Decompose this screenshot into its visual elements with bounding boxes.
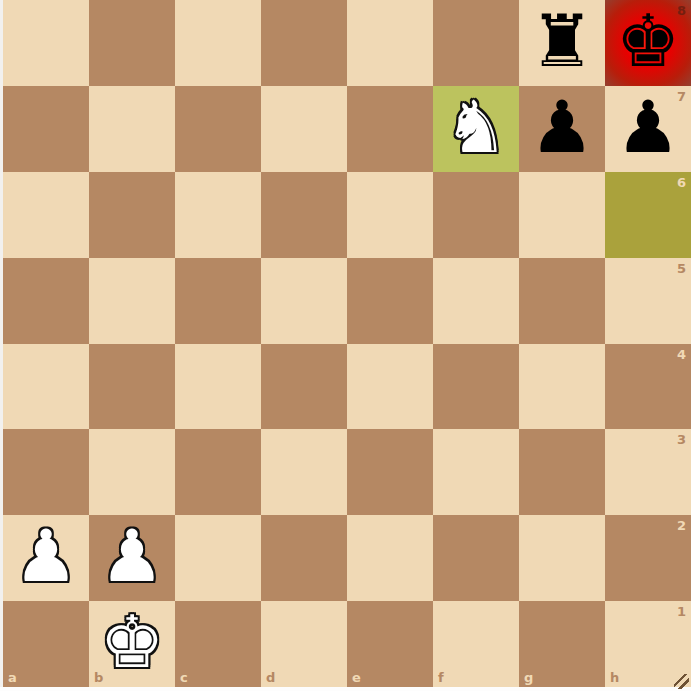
square-d1[interactable]: d <box>261 601 347 687</box>
black-pawn[interactable]: ♟ <box>616 91 681 163</box>
rank-label-3: 3 <box>677 433 686 446</box>
square-b8[interactable] <box>89 0 175 86</box>
square-g8[interactable]: ♜ <box>519 0 605 86</box>
black-king[interactable]: ♚ <box>616 5 681 77</box>
file-label-d: d <box>266 671 275 684</box>
square-h7[interactable]: ♟7 <box>605 86 691 172</box>
file-label-c: c <box>180 671 188 684</box>
square-f4[interactable] <box>433 344 519 430</box>
square-h6[interactable]: 6 <box>605 172 691 258</box>
square-f1[interactable]: f <box>433 601 519 687</box>
square-a4[interactable] <box>3 344 89 430</box>
file-label-g: g <box>524 671 533 684</box>
black-rook[interactable]: ♜ <box>530 5 595 77</box>
square-f7[interactable]: ♞ <box>433 86 519 172</box>
square-a6[interactable] <box>3 172 89 258</box>
square-b2[interactable]: ♟ <box>89 515 175 601</box>
page: ♜♚8♞♟♟76543♟♟2a♚bcdefg1h <box>0 0 691 691</box>
file-label-f: f <box>438 671 444 684</box>
rank-label-1: 1 <box>677 605 686 618</box>
square-e1[interactable]: e <box>347 601 433 687</box>
rank-label-4: 4 <box>677 348 686 361</box>
square-d5[interactable] <box>261 258 347 344</box>
square-b7[interactable] <box>89 86 175 172</box>
square-f6[interactable] <box>433 172 519 258</box>
square-d3[interactable] <box>261 429 347 515</box>
white-king[interactable]: ♚ <box>100 606 165 678</box>
square-d2[interactable] <box>261 515 347 601</box>
square-a3[interactable] <box>3 429 89 515</box>
square-c7[interactable] <box>175 86 261 172</box>
square-c3[interactable] <box>175 429 261 515</box>
square-c4[interactable] <box>175 344 261 430</box>
file-label-a: a <box>8 671 17 684</box>
square-b4[interactable] <box>89 344 175 430</box>
square-a1[interactable]: a <box>3 601 89 687</box>
square-g1[interactable]: g <box>519 601 605 687</box>
square-f5[interactable] <box>433 258 519 344</box>
square-c2[interactable] <box>175 515 261 601</box>
square-c5[interactable] <box>175 258 261 344</box>
square-e2[interactable] <box>347 515 433 601</box>
square-b6[interactable] <box>89 172 175 258</box>
square-e6[interactable] <box>347 172 433 258</box>
square-d8[interactable] <box>261 0 347 86</box>
square-c8[interactable] <box>175 0 261 86</box>
square-h5[interactable]: 5 <box>605 258 691 344</box>
square-d4[interactable] <box>261 344 347 430</box>
white-pawn[interactable]: ♟ <box>100 520 165 592</box>
rank-label-6: 6 <box>677 176 686 189</box>
square-g4[interactable] <box>519 344 605 430</box>
square-a2[interactable]: ♟ <box>3 515 89 601</box>
square-b5[interactable] <box>89 258 175 344</box>
square-f8[interactable] <box>433 0 519 86</box>
square-g7[interactable]: ♟ <box>519 86 605 172</box>
square-a7[interactable] <box>3 86 89 172</box>
square-h8[interactable]: ♚8 <box>605 0 691 86</box>
white-pawn[interactable]: ♟ <box>14 520 79 592</box>
square-f3[interactable] <box>433 429 519 515</box>
file-label-e: e <box>352 671 361 684</box>
white-knight[interactable]: ♞ <box>444 91 509 163</box>
square-e4[interactable] <box>347 344 433 430</box>
square-a8[interactable] <box>3 0 89 86</box>
square-f2[interactable] <box>433 515 519 601</box>
chess-board[interactable]: ♜♚8♞♟♟76543♟♟2a♚bcdefg1h <box>3 0 691 687</box>
square-a5[interactable] <box>3 258 89 344</box>
square-g2[interactable] <box>519 515 605 601</box>
square-b3[interactable] <box>89 429 175 515</box>
file-label-h: h <box>610 671 619 684</box>
square-g5[interactable] <box>519 258 605 344</box>
square-e7[interactable] <box>347 86 433 172</box>
board-resize-handle-icon[interactable] <box>674 674 689 689</box>
rank-label-2: 2 <box>677 519 686 532</box>
square-c1[interactable]: c <box>175 601 261 687</box>
rank-label-5: 5 <box>677 262 686 275</box>
square-d6[interactable] <box>261 172 347 258</box>
square-h4[interactable]: 4 <box>605 344 691 430</box>
square-h3[interactable]: 3 <box>605 429 691 515</box>
black-pawn[interactable]: ♟ <box>530 91 595 163</box>
square-g6[interactable] <box>519 172 605 258</box>
square-h2[interactable]: 2 <box>605 515 691 601</box>
square-g3[interactable] <box>519 429 605 515</box>
square-b1[interactable]: ♚b <box>89 601 175 687</box>
square-c6[interactable] <box>175 172 261 258</box>
square-d7[interactable] <box>261 86 347 172</box>
square-e5[interactable] <box>347 258 433 344</box>
square-e3[interactable] <box>347 429 433 515</box>
square-e8[interactable] <box>347 0 433 86</box>
